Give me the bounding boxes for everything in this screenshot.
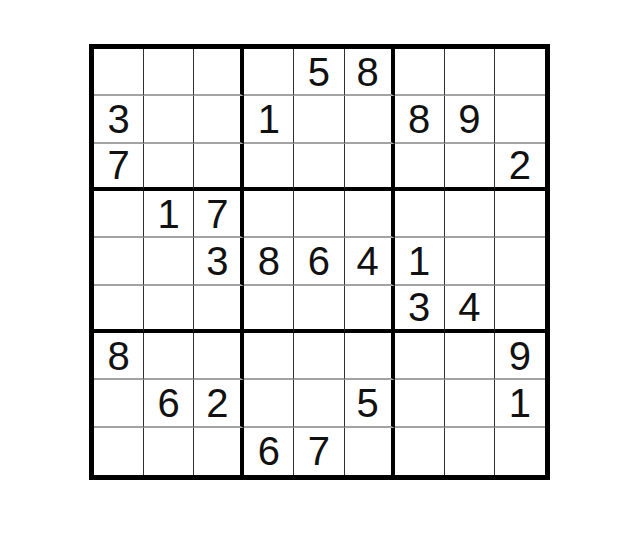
cell-r9c3[interactable] (194, 428, 244, 475)
cell-r1c7[interactable] (395, 49, 445, 96)
cell-r8c8[interactable] (445, 380, 495, 427)
cell-r4c4[interactable] (244, 191, 294, 238)
cell-r1c5: 5 (294, 49, 344, 96)
cell-r6c7: 3 (395, 286, 445, 333)
cell-r3c5[interactable] (294, 144, 344, 191)
cell-r2c8: 9 (445, 96, 495, 143)
cell-r8c9: 1 (495, 380, 545, 427)
cell-r6c1[interactable] (94, 286, 144, 333)
cell-r1c9[interactable] (495, 49, 545, 96)
cell-r1c8[interactable] (445, 49, 495, 96)
cell-r3c2[interactable] (144, 144, 194, 191)
cell-r8c3: 2 (194, 380, 244, 427)
page: 5831897217386413489625167 (0, 0, 640, 540)
cell-r2c4: 1 (244, 96, 294, 143)
cell-r2c7: 8 (395, 96, 445, 143)
cell-r7c5[interactable] (294, 333, 344, 380)
cell-r4c9[interactable] (495, 191, 545, 238)
cell-r3c6[interactable] (345, 144, 395, 191)
cell-r5c8[interactable] (445, 238, 495, 285)
cell-r9c1[interactable] (94, 428, 144, 475)
cell-r7c8[interactable] (445, 333, 495, 380)
cell-r7c6[interactable] (345, 333, 395, 380)
cell-r4c7[interactable] (395, 191, 445, 238)
cell-r4c6[interactable] (345, 191, 395, 238)
cell-r6c4[interactable] (244, 286, 294, 333)
cell-r8c6: 5 (345, 380, 395, 427)
cell-r3c8[interactable] (445, 144, 495, 191)
cell-r4c8[interactable] (445, 191, 495, 238)
cell-r5c4: 8 (244, 238, 294, 285)
cell-r7c7[interactable] (395, 333, 445, 380)
cell-r1c1[interactable] (94, 49, 144, 96)
cell-r6c9[interactable] (495, 286, 545, 333)
cell-r2c5[interactable] (294, 96, 344, 143)
cell-r6c5[interactable] (294, 286, 344, 333)
cell-r3c9: 2 (495, 144, 545, 191)
cell-r7c9: 9 (495, 333, 545, 380)
cell-r8c2: 6 (144, 380, 194, 427)
cell-r8c1[interactable] (94, 380, 144, 427)
cell-r8c7[interactable] (395, 380, 445, 427)
cell-r6c3[interactable] (194, 286, 244, 333)
cell-r8c5[interactable] (294, 380, 344, 427)
cell-r2c6[interactable] (345, 96, 395, 143)
cell-r5c9[interactable] (495, 238, 545, 285)
cell-r4c5[interactable] (294, 191, 344, 238)
cell-r6c8: 4 (445, 286, 495, 333)
cell-r3c3[interactable] (194, 144, 244, 191)
cell-r2c2[interactable] (144, 96, 194, 143)
cell-r5c5: 6 (294, 238, 344, 285)
cell-r1c6: 8 (345, 49, 395, 96)
cell-r2c3[interactable] (194, 96, 244, 143)
cell-r1c3[interactable] (194, 49, 244, 96)
cell-r7c1: 8 (94, 333, 144, 380)
cell-r4c1[interactable] (94, 191, 144, 238)
cell-r5c6: 4 (345, 238, 395, 285)
cell-r9c8[interactable] (445, 428, 495, 475)
cell-r9c2[interactable] (144, 428, 194, 475)
cell-r5c3: 3 (194, 238, 244, 285)
cell-r5c2[interactable] (144, 238, 194, 285)
cell-r7c2[interactable] (144, 333, 194, 380)
cell-r5c1[interactable] (94, 238, 144, 285)
cell-r5c7: 1 (395, 238, 445, 285)
sudoku-board: 5831897217386413489625167 (89, 44, 550, 480)
cell-r9c5: 7 (294, 428, 344, 475)
cell-r4c3: 7 (194, 191, 244, 238)
cell-r7c3[interactable] (194, 333, 244, 380)
cell-r8c4[interactable] (244, 380, 294, 427)
cell-r1c4[interactable] (244, 49, 294, 96)
cell-r2c9[interactable] (495, 96, 545, 143)
cell-r9c7[interactable] (395, 428, 445, 475)
cell-r6c6[interactable] (345, 286, 395, 333)
cell-r9c4: 6 (244, 428, 294, 475)
cell-r1c2[interactable] (144, 49, 194, 96)
cell-r3c4[interactable] (244, 144, 294, 191)
cell-r7c4[interactable] (244, 333, 294, 380)
cell-r3c1: 7 (94, 144, 144, 191)
cell-r9c9[interactable] (495, 428, 545, 475)
cell-r4c2: 1 (144, 191, 194, 238)
cell-r9c6[interactable] (345, 428, 395, 475)
cell-r2c1: 3 (94, 96, 144, 143)
cell-r3c7[interactable] (395, 144, 445, 191)
cell-r6c2[interactable] (144, 286, 194, 333)
